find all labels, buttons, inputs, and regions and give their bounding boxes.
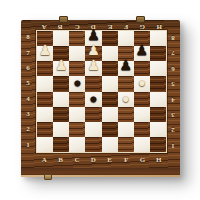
rank-label-left-5: 5: [23, 76, 33, 91]
folding-chess-checkers-board: ABCDEFGH ABCDEFGH 87654321 87654321 ♟♟♟♟…: [21, 20, 180, 177]
piece-white-pawn-d6[interactable]: ♟: [85, 58, 101, 73]
file-label-bottom-f: F: [118, 157, 134, 164]
rank-label-right-2: 2: [168, 122, 178, 137]
piece-black-pawn-f6[interactable]: ♟: [118, 58, 134, 73]
file-label-top-c: C: [69, 23, 85, 30]
file-labels-bottom: ABCDEFGH: [36, 156, 167, 165]
file-label-top-e: E: [102, 23, 118, 30]
rank-label-left-2: 2: [23, 122, 33, 137]
rank-label-right-6: 6: [168, 61, 178, 76]
rank-label-right-4: 4: [168, 92, 178, 107]
rank-label-right-8: 8: [168, 30, 178, 45]
piece-white-pawn-b6[interactable]: ♟: [53, 58, 69, 73]
metal-clasp: [44, 174, 52, 180]
file-label-top-f: F: [118, 23, 134, 30]
rank-label-left-6: 6: [23, 61, 33, 76]
file-label-bottom-d: D: [85, 157, 101, 164]
file-label-top-h: H: [151, 23, 167, 30]
piece-white-checker-g5[interactable]: ●: [134, 75, 150, 90]
rank-label-left-1: 1: [23, 138, 33, 153]
file-label-bottom-g: G: [134, 157, 150, 164]
rank-label-right-7: 7: [168, 45, 178, 60]
piece-black-pawn-g7[interactable]: ♟: [134, 43, 150, 58]
file-label-bottom-e: E: [102, 157, 118, 164]
rank-label-right-3: 3: [168, 107, 178, 122]
piece-black-pawn-d8[interactable]: ♟: [85, 28, 101, 43]
file-label-top-g: G: [134, 23, 150, 30]
rank-label-right-1: 1: [168, 138, 178, 153]
file-label-top-b: B: [52, 23, 68, 30]
product-photo-scene: ABCDEFGH ABCDEFGH 87654321 87654321 ♟♟♟♟…: [0, 0, 200, 200]
pieces-layer: ♟♟♟♟♟♟♟●●●●: [37, 31, 166, 152]
file-label-bottom-c: C: [69, 157, 85, 164]
piece-white-checker-f4[interactable]: ●: [118, 91, 134, 106]
file-label-bottom-b: B: [52, 157, 68, 164]
playing-area: ♟♟♟♟♟♟♟●●●●: [36, 30, 167, 153]
file-label-bottom-a: A: [36, 157, 52, 164]
rank-label-left-8: 8: [23, 30, 33, 45]
piece-white-pawn-d7[interactable]: ♟: [85, 43, 101, 58]
piece-white-pawn-a7[interactable]: ♟: [37, 43, 53, 58]
rank-label-left-3: 3: [23, 107, 33, 122]
rank-label-left-7: 7: [23, 45, 33, 60]
piece-black-checker-d4[interactable]: ●: [85, 91, 101, 106]
rank-labels-right: 87654321: [168, 30, 178, 153]
file-label-bottom-h: H: [151, 157, 167, 164]
rank-label-left-4: 4: [23, 92, 33, 107]
file-label-top-a: A: [36, 23, 52, 30]
rank-labels-left: 87654321: [23, 30, 33, 153]
rank-label-right-5: 5: [168, 76, 178, 91]
piece-black-checker-c5[interactable]: ●: [69, 75, 85, 90]
file-labels-top: ABCDEFGH: [36, 22, 167, 30]
